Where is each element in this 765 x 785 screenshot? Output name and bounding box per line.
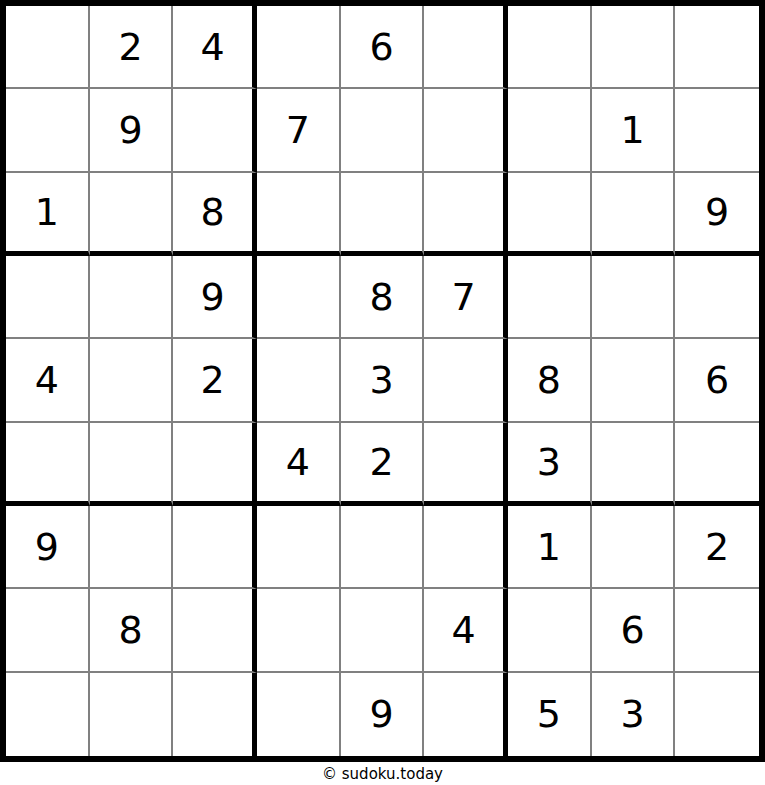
cell-r5c7[interactable]: 8 xyxy=(508,339,592,422)
page: 24697118998742386423912846953 © sudoku.t… xyxy=(0,0,765,785)
cell-r5c4[interactable] xyxy=(257,339,341,422)
cell-r3c6[interactable] xyxy=(424,173,508,256)
given-digit: 8 xyxy=(118,611,142,649)
cell-r6c9[interactable] xyxy=(675,423,759,506)
cell-r8c3[interactable] xyxy=(173,589,257,672)
sudoku-board: 24697118998742386423912846953 xyxy=(0,0,765,762)
cell-r8c6[interactable]: 4 xyxy=(424,589,508,672)
given-digit: 2 xyxy=(369,443,393,481)
cell-r3c3[interactable]: 8 xyxy=(173,173,257,256)
cell-r4c1[interactable] xyxy=(6,256,90,339)
cell-r4c8[interactable] xyxy=(592,256,676,339)
cell-r4c4[interactable] xyxy=(257,256,341,339)
given-digit: 9 xyxy=(705,193,729,231)
given-digit: 4 xyxy=(286,443,310,481)
cell-r1c1[interactable] xyxy=(6,6,90,89)
cell-r2c2[interactable]: 9 xyxy=(90,89,174,172)
given-digit: 9 xyxy=(201,278,225,316)
given-digit: 4 xyxy=(452,611,476,649)
cell-r9c2[interactable] xyxy=(90,673,174,756)
cell-r7c8[interactable] xyxy=(592,506,676,589)
cell-r1c7[interactable] xyxy=(508,6,592,89)
cell-r6c6[interactable] xyxy=(424,423,508,506)
given-digit: 1 xyxy=(620,111,644,149)
cell-r6c4[interactable]: 4 xyxy=(257,423,341,506)
given-digit: 3 xyxy=(369,361,393,399)
cell-r3c7[interactable] xyxy=(508,173,592,256)
given-digit: 4 xyxy=(201,28,225,66)
cell-r6c2[interactable] xyxy=(90,423,174,506)
cell-r2c9[interactable] xyxy=(675,89,759,172)
cell-r7c6[interactable] xyxy=(424,506,508,589)
given-digit: 1 xyxy=(35,193,59,231)
cell-r5c8[interactable] xyxy=(592,339,676,422)
given-digit: 6 xyxy=(705,361,729,399)
given-digit: 3 xyxy=(537,443,561,481)
given-digit: 5 xyxy=(537,695,561,733)
cell-r7c2[interactable] xyxy=(90,506,174,589)
cell-r8c9[interactable] xyxy=(675,589,759,672)
cell-r6c8[interactable] xyxy=(592,423,676,506)
cell-r8c8[interactable]: 6 xyxy=(592,589,676,672)
cell-r1c8[interactable] xyxy=(592,6,676,89)
cell-r3c4[interactable] xyxy=(257,173,341,256)
given-digit: 9 xyxy=(118,111,142,149)
footer: © sudoku.today xyxy=(0,762,765,785)
cell-r9c5[interactable]: 9 xyxy=(341,673,425,756)
cell-r9c1[interactable] xyxy=(6,673,90,756)
cell-r5c9[interactable]: 6 xyxy=(675,339,759,422)
given-digit: 2 xyxy=(118,28,142,66)
cell-r2c5[interactable] xyxy=(341,89,425,172)
cell-r4c3[interactable]: 9 xyxy=(173,256,257,339)
given-digit: 8 xyxy=(537,361,561,399)
cell-r8c5[interactable] xyxy=(341,589,425,672)
cell-r7c7[interactable]: 1 xyxy=(508,506,592,589)
cell-r9c7[interactable]: 5 xyxy=(508,673,592,756)
cell-r2c1[interactable] xyxy=(6,89,90,172)
cell-r4c7[interactable] xyxy=(508,256,592,339)
given-digit: 6 xyxy=(620,611,644,649)
cell-r1c4[interactable] xyxy=(257,6,341,89)
cell-r8c7[interactable] xyxy=(508,589,592,672)
cell-r5c5[interactable]: 3 xyxy=(341,339,425,422)
given-digit: 8 xyxy=(201,193,225,231)
footer-credit: © sudoku.today xyxy=(322,765,443,783)
cell-r5c2[interactable] xyxy=(90,339,174,422)
cell-r6c5[interactable]: 2 xyxy=(341,423,425,506)
cell-r6c1[interactable] xyxy=(6,423,90,506)
given-digit: 4 xyxy=(35,361,59,399)
cell-r8c1[interactable] xyxy=(6,589,90,672)
given-digit: 3 xyxy=(620,695,644,733)
cell-r1c3[interactable]: 4 xyxy=(173,6,257,89)
cell-r5c3[interactable]: 2 xyxy=(173,339,257,422)
cell-r8c2[interactable]: 8 xyxy=(90,589,174,672)
cell-r7c3[interactable] xyxy=(173,506,257,589)
cell-r7c1[interactable]: 9 xyxy=(6,506,90,589)
cell-r9c6[interactable] xyxy=(424,673,508,756)
cell-r4c9[interactable] xyxy=(675,256,759,339)
cell-r6c3[interactable] xyxy=(173,423,257,506)
given-digit: 8 xyxy=(369,278,393,316)
cell-r2c8[interactable]: 1 xyxy=(592,89,676,172)
cell-r3c1[interactable]: 1 xyxy=(6,173,90,256)
cell-r3c5[interactable] xyxy=(341,173,425,256)
given-digit: 9 xyxy=(369,695,393,733)
cell-r7c5[interactable] xyxy=(341,506,425,589)
cell-r2c4[interactable]: 7 xyxy=(257,89,341,172)
given-digit: 7 xyxy=(452,278,476,316)
cell-r1c2[interactable]: 2 xyxy=(90,6,174,89)
given-digit: 2 xyxy=(705,528,729,566)
given-digit: 6 xyxy=(369,28,393,66)
cell-r9c3[interactable] xyxy=(173,673,257,756)
cell-r4c6[interactable]: 7 xyxy=(424,256,508,339)
cell-r4c5[interactable]: 8 xyxy=(341,256,425,339)
given-digit: 1 xyxy=(537,528,561,566)
cell-r3c2[interactable] xyxy=(90,173,174,256)
cell-r9c4[interactable] xyxy=(257,673,341,756)
cell-r5c1[interactable]: 4 xyxy=(6,339,90,422)
given-digit: 9 xyxy=(35,528,59,566)
cell-r2c3[interactable] xyxy=(173,89,257,172)
cell-r3c8[interactable] xyxy=(592,173,676,256)
cell-r2c7[interactable] xyxy=(508,89,592,172)
cell-r9c9[interactable] xyxy=(675,673,759,756)
cell-r2c6[interactable] xyxy=(424,89,508,172)
cell-r7c9[interactable]: 2 xyxy=(675,506,759,589)
cell-r1c5[interactable]: 6 xyxy=(341,6,425,89)
cell-r4c2[interactable] xyxy=(90,256,174,339)
cell-r1c6[interactable] xyxy=(424,6,508,89)
given-digit: 2 xyxy=(201,361,225,399)
given-digit: 7 xyxy=(286,111,310,149)
cell-r5c6[interactable] xyxy=(424,339,508,422)
cell-r9c8[interactable]: 3 xyxy=(592,673,676,756)
cell-r8c4[interactable] xyxy=(257,589,341,672)
cell-r6c7[interactable]: 3 xyxy=(508,423,592,506)
cell-r1c9[interactable] xyxy=(675,6,759,89)
cell-r3c9[interactable]: 9 xyxy=(675,173,759,256)
cell-r7c4[interactable] xyxy=(257,506,341,589)
